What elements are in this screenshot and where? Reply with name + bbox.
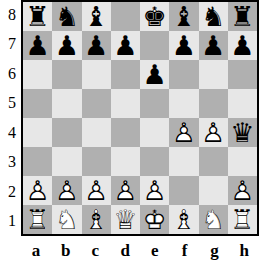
square-f6[interactable] [169, 60, 198, 89]
white-rook-h1[interactable]: ♜♖ [228, 205, 257, 234]
white-piece-outline: ♗ [82, 205, 111, 234]
square-g1[interactable]: ♞♘ [199, 205, 228, 234]
square-b1[interactable]: ♞♘ [52, 205, 81, 234]
square-c8[interactable]: ♝ [82, 2, 111, 31]
square-h3[interactable] [228, 147, 257, 176]
white-piece-outline: ♕ [111, 205, 140, 234]
file-label-d: d [110, 236, 140, 263]
square-h1[interactable]: ♜♖ [228, 205, 257, 234]
black-pawn-a7[interactable]: ♟ [23, 31, 52, 60]
rank-label-1: 1 [0, 207, 21, 237]
black-piece-glyph: ♟ [169, 31, 198, 60]
square-b3[interactable] [52, 147, 81, 176]
square-g6[interactable] [199, 60, 228, 89]
square-e8[interactable]: ♚ [140, 2, 169, 31]
chess-diagram: 87654321 ♜♞♝♚♝♞♜♟♟♟♟♟♟♟♟♟♙♟♙♛♟♙♟♙♟♙♟♙♟♙♟… [0, 0, 259, 263]
square-c7[interactable]: ♟ [82, 31, 111, 60]
white-pawn-a2[interactable]: ♟♙ [23, 176, 52, 205]
white-pawn-d2[interactable]: ♟♙ [111, 176, 140, 205]
square-h6[interactable] [228, 60, 257, 89]
black-piece-glyph: ♝ [82, 2, 111, 31]
white-knight-g1[interactable]: ♞♘ [199, 205, 228, 234]
square-g5[interactable] [199, 89, 228, 118]
white-queen-d1[interactable]: ♛♕ [111, 205, 140, 234]
white-piece-outline: ♗ [169, 205, 198, 234]
square-d4[interactable] [111, 118, 140, 147]
square-d6[interactable] [111, 60, 140, 89]
square-b7[interactable]: ♟ [52, 31, 81, 60]
square-h5[interactable] [228, 89, 257, 118]
black-pawn-f7[interactable]: ♟ [169, 31, 198, 60]
rank-label-6: 6 [0, 59, 21, 89]
square-d2[interactable]: ♟♙ [111, 176, 140, 205]
square-f2[interactable] [169, 176, 198, 205]
square-b2[interactable]: ♟♙ [52, 176, 81, 205]
black-king-e8[interactable]: ♚ [140, 2, 169, 31]
square-e7[interactable] [140, 31, 169, 60]
black-rook-a8[interactable]: ♜ [23, 2, 52, 31]
white-rook-a1[interactable]: ♜♖ [23, 205, 52, 234]
black-piece-glyph: ♞ [199, 2, 228, 31]
black-pawn-h7[interactable]: ♟ [228, 31, 257, 60]
black-pawn-e6[interactable]: ♟ [140, 60, 169, 89]
black-bishop-f8[interactable]: ♝ [169, 2, 198, 31]
black-piece-glyph: ♟ [111, 31, 140, 60]
black-knight-g8[interactable]: ♞ [199, 2, 228, 31]
rank-label-8: 8 [0, 0, 21, 30]
white-piece-outline: ♙ [82, 176, 111, 205]
black-piece-glyph: ♟ [228, 31, 257, 60]
square-e6[interactable]: ♟ [140, 60, 169, 89]
square-a2[interactable]: ♟♙ [23, 176, 52, 205]
square-f3[interactable] [169, 147, 198, 176]
square-c5[interactable] [82, 89, 111, 118]
white-pawn-b2[interactable]: ♟♙ [52, 176, 81, 205]
white-piece-outline: ♙ [111, 176, 140, 205]
black-bishop-c8[interactable]: ♝ [82, 2, 111, 31]
square-a3[interactable] [23, 147, 52, 176]
file-label-e: e [140, 236, 170, 263]
white-king-e1[interactable]: ♚♔ [140, 205, 169, 234]
file-label-h: h [229, 236, 259, 263]
square-e4[interactable] [140, 118, 169, 147]
square-b6[interactable] [52, 60, 81, 89]
black-rook-h8[interactable]: ♜ [228, 2, 257, 31]
square-e1[interactable]: ♚♔ [140, 205, 169, 234]
white-pawn-h2[interactable]: ♟♙ [228, 176, 257, 205]
square-g8[interactable]: ♞ [199, 2, 228, 31]
black-piece-glyph: ♟ [52, 31, 81, 60]
square-h7[interactable]: ♟ [228, 31, 257, 60]
rank-label-4: 4 [0, 118, 21, 148]
white-piece-outline: ♙ [199, 118, 228, 147]
white-piece-outline: ♙ [169, 118, 198, 147]
square-g2[interactable] [199, 176, 228, 205]
white-pawn-c2[interactable]: ♟♙ [82, 176, 111, 205]
black-piece-glyph: ♟ [140, 60, 169, 89]
white-piece-outline: ♙ [228, 176, 257, 205]
square-a7[interactable]: ♟ [23, 31, 52, 60]
square-d5[interactable] [111, 89, 140, 118]
black-piece-glyph: ♜ [228, 2, 257, 31]
square-f8[interactable]: ♝ [169, 2, 198, 31]
white-pawn-e2[interactable]: ♟♙ [140, 176, 169, 205]
black-piece-glyph: ♟ [82, 31, 111, 60]
black-queen-h4[interactable]: ♛ [228, 118, 257, 147]
square-g3[interactable] [199, 147, 228, 176]
file-label-b: b [51, 236, 81, 263]
square-a4[interactable] [23, 118, 52, 147]
square-c6[interactable] [82, 60, 111, 89]
white-piece-outline: ♘ [199, 205, 228, 234]
rank-label-5: 5 [0, 89, 21, 119]
square-c4[interactable] [82, 118, 111, 147]
square-d8[interactable] [111, 2, 140, 31]
square-d3[interactable] [111, 147, 140, 176]
chess-board: ♜♞♝♚♝♞♜♟♟♟♟♟♟♟♟♟♙♟♙♛♟♙♟♙♟♙♟♙♟♙♟♙♜♖♞♘♝♗♛♕… [21, 0, 259, 236]
black-piece-glyph: ♚ [140, 2, 169, 31]
white-piece-outline: ♙ [52, 176, 81, 205]
square-c1[interactable]: ♝♗ [82, 205, 111, 234]
white-knight-b1[interactable]: ♞♘ [52, 205, 81, 234]
white-pawn-f4[interactable]: ♟♙ [169, 118, 198, 147]
black-pawn-d7[interactable]: ♟ [111, 31, 140, 60]
square-c2[interactable]: ♟♙ [82, 176, 111, 205]
square-b4[interactable] [52, 118, 81, 147]
square-a6[interactable] [23, 60, 52, 89]
square-e5[interactable] [140, 89, 169, 118]
black-piece-glyph: ♞ [52, 2, 81, 31]
white-bishop-f1[interactable]: ♝♗ [169, 205, 198, 234]
white-piece-outline: ♘ [52, 205, 81, 234]
square-f5[interactable] [169, 89, 198, 118]
black-piece-glyph: ♛ [228, 118, 257, 147]
square-d7[interactable]: ♟ [111, 31, 140, 60]
square-e2[interactable]: ♟♙ [140, 176, 169, 205]
file-label-a: a [21, 236, 51, 263]
square-c3[interactable] [82, 147, 111, 176]
square-b8[interactable]: ♞ [52, 2, 81, 31]
rank-label-2: 2 [0, 177, 21, 207]
square-f4[interactable]: ♟♙ [169, 118, 198, 147]
square-h2[interactable]: ♟♙ [228, 176, 257, 205]
black-knight-b8[interactable]: ♞ [52, 2, 81, 31]
square-h8[interactable]: ♜ [228, 2, 257, 31]
square-b5[interactable] [52, 89, 81, 118]
square-h4[interactable]: ♛ [228, 118, 257, 147]
black-piece-glyph: ♟ [199, 31, 228, 60]
white-bishop-c1[interactable]: ♝♗ [82, 205, 111, 234]
white-piece-outline: ♙ [23, 176, 52, 205]
white-pawn-g4[interactable]: ♟♙ [199, 118, 228, 147]
square-f7[interactable]: ♟ [169, 31, 198, 60]
rank-label-3: 3 [0, 148, 21, 178]
square-g4[interactable]: ♟♙ [199, 118, 228, 147]
black-piece-glyph: ♜ [23, 2, 52, 31]
black-pawn-b7[interactable]: ♟ [52, 31, 81, 60]
white-piece-outline: ♔ [140, 205, 169, 234]
white-piece-outline: ♖ [23, 205, 52, 234]
file-label-f: f [170, 236, 200, 263]
black-pawn-g7[interactable]: ♟ [199, 31, 228, 60]
white-piece-outline: ♖ [228, 205, 257, 234]
square-g7[interactable]: ♟ [199, 31, 228, 60]
rank-label-7: 7 [0, 30, 21, 60]
square-d1[interactable]: ♛♕ [111, 205, 140, 234]
square-a8[interactable]: ♜ [23, 2, 52, 31]
rank-labels: 87654321 [0, 0, 21, 236]
square-f1[interactable]: ♝♗ [169, 205, 198, 234]
white-piece-outline: ♙ [140, 176, 169, 205]
square-a1[interactable]: ♜♖ [23, 205, 52, 234]
square-e3[interactable] [140, 147, 169, 176]
file-label-g: g [200, 236, 230, 263]
square-a5[interactable] [23, 89, 52, 118]
file-label-c: c [81, 236, 111, 263]
black-pawn-c7[interactable]: ♟ [82, 31, 111, 60]
black-piece-glyph: ♝ [169, 2, 198, 31]
black-piece-glyph: ♟ [23, 31, 52, 60]
file-labels: abcdefgh [21, 236, 259, 263]
